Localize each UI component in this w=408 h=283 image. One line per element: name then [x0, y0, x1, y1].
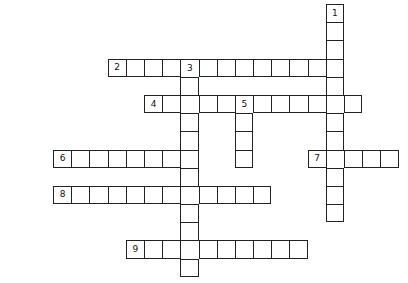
blocked-cell: [162, 259, 180, 277]
blocked-cell: [271, 168, 289, 186]
blocked-cell: [271, 150, 289, 168]
blocked-cell: [380, 4, 398, 22]
cell[interactable]: [271, 59, 289, 77]
clue-number-6: 6: [60, 154, 66, 163]
blocked-cell: [53, 22, 71, 40]
blocked-cell: [71, 240, 89, 258]
blocked-cell: [380, 59, 398, 77]
blocked-cell: [362, 40, 380, 58]
blocked-cell: [362, 4, 380, 22]
cell[interactable]: [180, 168, 198, 186]
cell[interactable]: [326, 22, 344, 40]
blocked-cell: [108, 95, 126, 113]
blocked-cell: [53, 40, 71, 58]
blocked-cell: [308, 22, 326, 40]
cell[interactable]: [180, 150, 198, 168]
blocked-cell: [253, 168, 271, 186]
blocked-cell: [362, 259, 380, 277]
blocked-cell: [89, 131, 107, 149]
cell[interactable]: [326, 95, 344, 113]
blocked-cell: [126, 40, 144, 58]
blocked-cell: [108, 222, 126, 240]
blocked-cell: [235, 222, 253, 240]
blocked-cell: [199, 22, 217, 40]
blocked-cell: [271, 22, 289, 40]
blocked-cell: [126, 77, 144, 95]
blocked-cell: [53, 168, 71, 186]
blocked-cell: [162, 204, 180, 222]
blocked-cell: [344, 113, 362, 131]
cell[interactable]: [180, 186, 198, 204]
blocked-cell: [53, 4, 71, 22]
blocked-cell: [217, 40, 235, 58]
blocked-cell: [308, 77, 326, 95]
cell[interactable]: [235, 186, 253, 204]
blocked-cell: [271, 113, 289, 131]
blocked-cell: [108, 4, 126, 22]
blocked-cell: [180, 4, 198, 22]
cell[interactable]: [326, 40, 344, 58]
blocked-cell: [199, 77, 217, 95]
blocked-cell: [362, 77, 380, 95]
blocked-cell: [344, 204, 362, 222]
blocked-cell: [289, 186, 307, 204]
cell[interactable]: [362, 150, 380, 168]
blocked-cell: [217, 131, 235, 149]
blocked-cell: [344, 259, 362, 277]
blocked-cell: [308, 131, 326, 149]
cell[interactable]: [180, 259, 198, 277]
blocked-cell: [144, 168, 162, 186]
blocked-cell: [271, 4, 289, 22]
blocked-cell: [180, 40, 198, 58]
cell[interactable]: [235, 59, 253, 77]
blocked-cell: [380, 131, 398, 149]
blocked-cell: [362, 222, 380, 240]
cell[interactable]: 1: [326, 4, 344, 22]
cell[interactable]: [344, 95, 362, 113]
blocked-cell: [326, 259, 344, 277]
blocked-cell: [53, 259, 71, 277]
blocked-cell: [144, 259, 162, 277]
blocked-cell: [344, 22, 362, 40]
blocked-cell: [380, 222, 398, 240]
blocked-cell: [89, 259, 107, 277]
cell[interactable]: [89, 186, 107, 204]
cell[interactable]: [253, 240, 271, 258]
blocked-cell: [126, 95, 144, 113]
blocked-cell: [144, 113, 162, 131]
blocked-cell: [71, 4, 89, 22]
blocked-cell: [108, 40, 126, 58]
blocked-cell: [217, 259, 235, 277]
clue-number-3: 3: [187, 64, 193, 73]
cell[interactable]: [144, 59, 162, 77]
blocked-cell: [180, 22, 198, 40]
blocked-cell: [71, 59, 89, 77]
blocked-cell: [144, 222, 162, 240]
blocked-cell: [380, 259, 398, 277]
blocked-cell: [53, 222, 71, 240]
blocked-cell: [89, 40, 107, 58]
blocked-cell: [71, 204, 89, 222]
blocked-cell: [144, 77, 162, 95]
cell[interactable]: [253, 59, 271, 77]
cell[interactable]: [162, 95, 180, 113]
cell[interactable]: [162, 186, 180, 204]
cell[interactable]: [217, 59, 235, 77]
blocked-cell: [53, 131, 71, 149]
blocked-cell: [380, 204, 398, 222]
blocked-cell: [344, 186, 362, 204]
blocked-cell: [89, 240, 107, 258]
blocked-cell: [235, 22, 253, 40]
blocked-cell: [144, 22, 162, 40]
cell[interactable]: [199, 186, 217, 204]
blocked-cell: [344, 40, 362, 58]
blocked-cell: [289, 77, 307, 95]
cell[interactable]: [126, 186, 144, 204]
blocked-cell: [199, 131, 217, 149]
cell[interactable]: 8: [53, 186, 71, 204]
blocked-cell: [308, 204, 326, 222]
blocked-cell: [144, 40, 162, 58]
blocked-cell: [126, 4, 144, 22]
blocked-cell: [108, 168, 126, 186]
cell[interactable]: [235, 150, 253, 168]
cell[interactable]: [217, 240, 235, 258]
blocked-cell: [162, 4, 180, 22]
cell[interactable]: [217, 95, 235, 113]
blocked-cell: [271, 40, 289, 58]
blocked-cell: [89, 59, 107, 77]
blocked-cell: [271, 131, 289, 149]
blocked-cell: [253, 22, 271, 40]
blocked-cell: [235, 168, 253, 186]
blocked-cell: [362, 186, 380, 204]
blocked-cell: [126, 204, 144, 222]
cell[interactable]: [108, 150, 126, 168]
cell[interactable]: [180, 113, 198, 131]
blocked-cell: [71, 40, 89, 58]
blocked-cell: [253, 259, 271, 277]
blocked-cell: [199, 168, 217, 186]
cell[interactable]: [144, 150, 162, 168]
clue-number-1: 1: [332, 9, 338, 18]
blocked-cell: [380, 168, 398, 186]
cell[interactable]: [235, 131, 253, 149]
cell[interactable]: [253, 95, 271, 113]
cell[interactable]: [326, 131, 344, 149]
crossword-board: 123456789: [53, 4, 399, 277]
blocked-cell: [308, 40, 326, 58]
blocked-cell: [289, 131, 307, 149]
cell[interactable]: [326, 186, 344, 204]
cell[interactable]: [180, 95, 198, 113]
cell[interactable]: [162, 150, 180, 168]
cell[interactable]: 4: [144, 95, 162, 113]
cell[interactable]: [71, 150, 89, 168]
cell[interactable]: [217, 186, 235, 204]
clue-number-4: 4: [151, 100, 157, 109]
cell[interactable]: [126, 150, 144, 168]
blocked-cell: [89, 168, 107, 186]
blocked-cell: [126, 22, 144, 40]
cell[interactable]: [144, 186, 162, 204]
blocked-cell: [199, 222, 217, 240]
blocked-cell: [199, 40, 217, 58]
blocked-cell: [108, 259, 126, 277]
cell[interactable]: [162, 240, 180, 258]
cell[interactable]: [289, 95, 307, 113]
blocked-cell: [308, 113, 326, 131]
blocked-cell: [271, 222, 289, 240]
blocked-cell: [217, 113, 235, 131]
blocked-cell: [235, 259, 253, 277]
cell[interactable]: 5: [235, 95, 253, 113]
blocked-cell: [344, 77, 362, 95]
blocked-cell: [362, 168, 380, 186]
blocked-cell: [71, 113, 89, 131]
blocked-cell: [271, 186, 289, 204]
cell[interactable]: [89, 150, 107, 168]
blocked-cell: [362, 204, 380, 222]
cell[interactable]: [235, 113, 253, 131]
crossword-page: 123456789: [0, 0, 408, 283]
blocked-cell: [199, 4, 217, 22]
blocked-cell: [217, 4, 235, 22]
blocked-cell: [253, 77, 271, 95]
blocked-cell: [253, 4, 271, 22]
blocked-cell: [253, 150, 271, 168]
blocked-cell: [144, 204, 162, 222]
blocked-cell: [380, 40, 398, 58]
blocked-cell: [108, 131, 126, 149]
blocked-cell: [308, 186, 326, 204]
cell[interactable]: [289, 59, 307, 77]
blocked-cell: [199, 150, 217, 168]
blocked-cell: [253, 131, 271, 149]
cell[interactable]: [253, 186, 271, 204]
blocked-cell: [271, 204, 289, 222]
cell[interactable]: [108, 186, 126, 204]
blocked-cell: [71, 222, 89, 240]
blocked-cell: [362, 22, 380, 40]
blocked-cell: [108, 77, 126, 95]
blocked-cell: [289, 168, 307, 186]
blocked-cell: [289, 259, 307, 277]
cell[interactable]: [271, 240, 289, 258]
cell[interactable]: [235, 240, 253, 258]
blocked-cell: [380, 77, 398, 95]
blocked-cell: [71, 259, 89, 277]
blocked-cell: [71, 77, 89, 95]
clue-number-2: 2: [114, 63, 120, 72]
blocked-cell: [217, 22, 235, 40]
cell[interactable]: 2: [108, 59, 126, 77]
blocked-cell: [235, 204, 253, 222]
blocked-cell: [199, 259, 217, 277]
cell[interactable]: [180, 222, 198, 240]
blocked-cell: [144, 131, 162, 149]
blocked-cell: [308, 259, 326, 277]
blocked-cell: [126, 259, 144, 277]
blocked-cell: [71, 131, 89, 149]
blocked-cell: [271, 259, 289, 277]
blocked-cell: [108, 113, 126, 131]
blocked-cell: [89, 113, 107, 131]
blocked-cell: [89, 77, 107, 95]
blocked-cell: [308, 240, 326, 258]
blocked-cell: [344, 59, 362, 77]
blocked-cell: [162, 40, 180, 58]
clue-number-8: 8: [60, 190, 66, 199]
blocked-cell: [71, 22, 89, 40]
blocked-cell: [380, 95, 398, 113]
blocked-cell: [362, 113, 380, 131]
blocked-cell: [217, 168, 235, 186]
cell[interactable]: [180, 204, 198, 222]
blocked-cell: [89, 204, 107, 222]
blocked-cell: [53, 59, 71, 77]
blocked-cell: [362, 131, 380, 149]
cell[interactable]: [326, 204, 344, 222]
cell[interactable]: 3: [180, 59, 198, 77]
cell[interactable]: [326, 150, 344, 168]
blocked-cell: [289, 4, 307, 22]
cell[interactable]: [289, 240, 307, 258]
blocked-cell: [108, 22, 126, 40]
blocked-cell: [380, 240, 398, 258]
cell[interactable]: [180, 131, 198, 149]
blocked-cell: [71, 168, 89, 186]
blocked-cell: [253, 222, 271, 240]
cell[interactable]: 9: [126, 240, 144, 258]
cell[interactable]: [199, 95, 217, 113]
blocked-cell: [162, 222, 180, 240]
blocked-cell: [126, 113, 144, 131]
blocked-cell: [126, 222, 144, 240]
blocked-cell: [289, 113, 307, 131]
blocked-cell: [326, 222, 344, 240]
clue-number-5: 5: [242, 100, 248, 109]
blocked-cell: [217, 204, 235, 222]
blocked-cell: [362, 240, 380, 258]
blocked-cell: [289, 222, 307, 240]
blocked-cell: [89, 222, 107, 240]
blocked-cell: [308, 4, 326, 22]
blocked-cell: [217, 150, 235, 168]
blocked-cell: [108, 204, 126, 222]
cell[interactable]: [71, 186, 89, 204]
blocked-cell: [53, 240, 71, 258]
blocked-cell: [53, 204, 71, 222]
cell[interactable]: [326, 77, 344, 95]
blocked-cell: [253, 204, 271, 222]
blocked-cell: [344, 168, 362, 186]
blocked-cell: [380, 186, 398, 204]
blocked-cell: [253, 113, 271, 131]
blocked-cell: [308, 222, 326, 240]
cell[interactable]: [144, 240, 162, 258]
blocked-cell: [126, 131, 144, 149]
blocked-cell: [289, 150, 307, 168]
blocked-cell: [271, 77, 289, 95]
cell[interactable]: [326, 59, 344, 77]
cell[interactable]: [308, 59, 326, 77]
blocked-cell: [344, 131, 362, 149]
blocked-cell: [253, 40, 271, 58]
blocked-cell: [53, 77, 71, 95]
blocked-cell: [289, 204, 307, 222]
blocked-cell: [144, 4, 162, 22]
cell[interactable]: [180, 77, 198, 95]
blocked-cell: [235, 4, 253, 22]
blocked-cell: [89, 4, 107, 22]
blocked-cell: [235, 40, 253, 58]
blocked-cell: [108, 240, 126, 258]
clue-number-7: 7: [314, 154, 320, 163]
cell[interactable]: [326, 113, 344, 131]
blocked-cell: [53, 95, 71, 113]
blocked-cell: [162, 168, 180, 186]
blocked-cell: [235, 77, 253, 95]
cell[interactable]: [344, 150, 362, 168]
blocked-cell: [162, 77, 180, 95]
cell[interactable]: [308, 95, 326, 113]
blocked-cell: [289, 40, 307, 58]
blocked-cell: [289, 22, 307, 40]
clue-number-9: 9: [132, 245, 138, 254]
blocked-cell: [162, 131, 180, 149]
blocked-cell: [380, 113, 398, 131]
blocked-cell: [71, 95, 89, 113]
blocked-cell: [344, 4, 362, 22]
blocked-cell: [380, 22, 398, 40]
blocked-cell: [126, 168, 144, 186]
blocked-cell: [53, 113, 71, 131]
blocked-cell: [89, 95, 107, 113]
cell[interactable]: [180, 240, 198, 258]
cell[interactable]: 7: [308, 150, 326, 168]
blocked-cell: [217, 77, 235, 95]
blocked-cell: [344, 240, 362, 258]
cell[interactable]: [380, 150, 398, 168]
cell[interactable]: [126, 59, 144, 77]
cell[interactable]: 6: [53, 150, 71, 168]
blocked-cell: [326, 240, 344, 258]
cell[interactable]: [326, 168, 344, 186]
blocked-cell: [89, 22, 107, 40]
blocked-cell: [199, 204, 217, 222]
blocked-cell: [217, 222, 235, 240]
cell[interactable]: [199, 240, 217, 258]
cell[interactable]: [162, 59, 180, 77]
blocked-cell: [308, 168, 326, 186]
blocked-cell: [362, 59, 380, 77]
blocked-cell: [344, 222, 362, 240]
blocked-cell: [162, 22, 180, 40]
cell[interactable]: [271, 95, 289, 113]
cell[interactable]: [199, 59, 217, 77]
blocked-cell: [199, 113, 217, 131]
blocked-cell: [162, 113, 180, 131]
blocked-cell: [362, 95, 380, 113]
